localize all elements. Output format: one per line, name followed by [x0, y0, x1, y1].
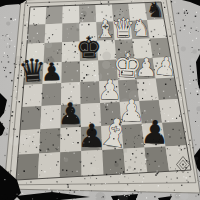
square-c8	[62, 5, 79, 23]
white-knight-g7: ♞	[130, 15, 151, 41]
board-photo-svg: ♞♝♛♞♚♛♟♚♟♟♟♟♟♟♝♟	[0, 0, 200, 200]
square-c1	[60, 151, 82, 177]
square-b8	[46, 6, 63, 24]
square-a8	[29, 6, 47, 24]
square-b1	[38, 152, 60, 179]
square-a1	[16, 153, 39, 180]
chessboard-photo: ♞♝♛♞♚♛♟♚♟♟♟♟♟♟♝♟	[0, 0, 200, 200]
